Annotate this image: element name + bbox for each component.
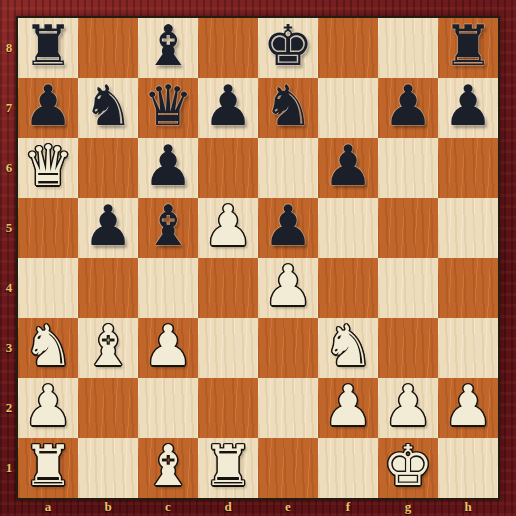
black-king-e8[interactable]: ♚ <box>263 18 313 74</box>
black-pawn-c6[interactable]: ♟ <box>143 138 193 194</box>
square-h4[interactable] <box>438 258 498 318</box>
white-rook-d1[interactable]: ♜ <box>203 438 253 494</box>
square-e5[interactable]: ♟ <box>258 198 318 258</box>
square-e7[interactable]: ♞ <box>258 78 318 138</box>
rank-label-8: 8 <box>0 18 18 78</box>
white-pawn-c3[interactable]: ♟ <box>143 318 193 374</box>
black-pawn-e5[interactable]: ♟ <box>263 198 313 254</box>
file-label-c: c <box>138 498 198 516</box>
square-d5[interactable]: ♟ <box>198 198 258 258</box>
square-b7[interactable]: ♞ <box>78 78 138 138</box>
square-d8[interactable] <box>198 18 258 78</box>
square-a2[interactable]: ♟ <box>18 378 78 438</box>
file-label-e: e <box>258 498 318 516</box>
black-bishop-c8[interactable]: ♝ <box>143 18 193 74</box>
black-pawn-h7[interactable]: ♟ <box>443 78 493 134</box>
square-b6[interactable] <box>78 138 138 198</box>
square-g8[interactable] <box>378 18 438 78</box>
rank-label-7: 7 <box>0 78 18 138</box>
square-f5[interactable] <box>318 198 378 258</box>
white-knight-a3[interactable]: ♞ <box>23 318 73 374</box>
white-pawn-a2[interactable]: ♟ <box>23 378 73 434</box>
file-label-a: a <box>18 498 78 516</box>
square-b5[interactable]: ♟ <box>78 198 138 258</box>
white-pawn-g2[interactable]: ♟ <box>383 378 433 434</box>
white-bishop-b3[interactable]: ♝ <box>83 318 133 374</box>
white-pawn-e4[interactable]: ♟ <box>263 258 313 314</box>
square-g6[interactable] <box>378 138 438 198</box>
black-knight-b7[interactable]: ♞ <box>83 78 133 134</box>
square-b3[interactable]: ♝ <box>78 318 138 378</box>
square-a8[interactable]: ♜ <box>18 18 78 78</box>
square-f4[interactable] <box>318 258 378 318</box>
rank-label-2: 2 <box>0 378 18 438</box>
square-c2[interactable] <box>138 378 198 438</box>
file-label-g: g <box>378 498 438 516</box>
square-d7[interactable]: ♟ <box>198 78 258 138</box>
square-b2[interactable] <box>78 378 138 438</box>
chess-board-frame: 87654321 ♜♝♚♜♟♞♛♟♞♟♟♛♟♟♟♝♟♟♟♞♝♟♞♟♟♟♟♜♝♜♚… <box>0 0 516 516</box>
square-b1[interactable] <box>78 438 138 498</box>
rank-label-5: 5 <box>0 198 18 258</box>
square-c5[interactable]: ♝ <box>138 198 198 258</box>
square-g1[interactable]: ♚ <box>378 438 438 498</box>
black-pawn-f6[interactable]: ♟ <box>323 138 373 194</box>
white-queen-a6[interactable]: ♛ <box>23 138 73 194</box>
square-g4[interactable] <box>378 258 438 318</box>
square-a1[interactable]: ♜ <box>18 438 78 498</box>
square-f7[interactable] <box>318 78 378 138</box>
square-g2[interactable]: ♟ <box>378 378 438 438</box>
file-label-d: d <box>198 498 258 516</box>
square-f3[interactable]: ♞ <box>318 318 378 378</box>
black-queen-c7[interactable]: ♛ <box>143 78 193 134</box>
white-knight-f3[interactable]: ♞ <box>323 318 373 374</box>
white-pawn-d5[interactable]: ♟ <box>203 198 253 254</box>
square-h7[interactable]: ♟ <box>438 78 498 138</box>
square-g5[interactable] <box>378 198 438 258</box>
file-label-f: f <box>318 498 378 516</box>
rank-labels: 87654321 <box>0 18 18 498</box>
square-h2[interactable]: ♟ <box>438 378 498 438</box>
square-d6[interactable] <box>198 138 258 198</box>
square-h6[interactable] <box>438 138 498 198</box>
square-e6[interactable] <box>258 138 318 198</box>
square-a6[interactable]: ♛ <box>18 138 78 198</box>
square-h1[interactable] <box>438 438 498 498</box>
rank-label-3: 3 <box>0 318 18 378</box>
square-h5[interactable] <box>438 198 498 258</box>
white-pawn-h2[interactable]: ♟ <box>443 378 493 434</box>
square-a4[interactable] <box>18 258 78 318</box>
white-king-g1[interactable]: ♚ <box>383 438 433 494</box>
black-knight-e7[interactable]: ♞ <box>263 78 313 134</box>
square-f2[interactable]: ♟ <box>318 378 378 438</box>
square-d1[interactable]: ♜ <box>198 438 258 498</box>
square-h3[interactable] <box>438 318 498 378</box>
rank-label-6: 6 <box>0 138 18 198</box>
black-pawn-a7[interactable]: ♟ <box>23 78 73 134</box>
black-rook-h8[interactable]: ♜ <box>443 18 493 74</box>
square-f6[interactable]: ♟ <box>318 138 378 198</box>
square-b4[interactable] <box>78 258 138 318</box>
white-rook-a1[interactable]: ♜ <box>23 438 73 494</box>
square-a3[interactable]: ♞ <box>18 318 78 378</box>
square-e2[interactable] <box>258 378 318 438</box>
square-d3[interactable] <box>198 318 258 378</box>
white-bishop-c1[interactable]: ♝ <box>143 438 193 494</box>
square-f1[interactable] <box>318 438 378 498</box>
black-bishop-c5[interactable]: ♝ <box>143 198 193 254</box>
black-pawn-b5[interactable]: ♟ <box>83 198 133 254</box>
white-pawn-f2[interactable]: ♟ <box>323 378 373 434</box>
square-g7[interactable]: ♟ <box>378 78 438 138</box>
black-pawn-g7[interactable]: ♟ <box>383 78 433 134</box>
file-labels: abcdefgh <box>18 498 498 516</box>
square-c1[interactable]: ♝ <box>138 438 198 498</box>
square-e4[interactable]: ♟ <box>258 258 318 318</box>
square-e8[interactable]: ♚ <box>258 18 318 78</box>
square-c4[interactable] <box>138 258 198 318</box>
rank-label-4: 4 <box>0 258 18 318</box>
square-c7[interactable]: ♛ <box>138 78 198 138</box>
square-e1[interactable] <box>258 438 318 498</box>
square-f8[interactable] <box>318 18 378 78</box>
square-e3[interactable] <box>258 318 318 378</box>
black-rook-a8[interactable]: ♜ <box>23 18 73 74</box>
square-g3[interactable] <box>378 318 438 378</box>
square-c8[interactable]: ♝ <box>138 18 198 78</box>
file-label-b: b <box>78 498 138 516</box>
square-d4[interactable] <box>198 258 258 318</box>
square-b8[interactable] <box>78 18 138 78</box>
square-h8[interactable]: ♜ <box>438 18 498 78</box>
square-a7[interactable]: ♟ <box>18 78 78 138</box>
square-c3[interactable]: ♟ <box>138 318 198 378</box>
rank-label-1: 1 <box>0 438 18 498</box>
black-pawn-d7[interactable]: ♟ <box>203 78 253 134</box>
square-a5[interactable] <box>18 198 78 258</box>
board: ♜♝♚♜♟♞♛♟♞♟♟♛♟♟♟♝♟♟♟♞♝♟♞♟♟♟♟♜♝♜♚ <box>18 18 498 498</box>
file-label-h: h <box>438 498 498 516</box>
square-d2[interactable] <box>198 378 258 438</box>
square-c6[interactable]: ♟ <box>138 138 198 198</box>
